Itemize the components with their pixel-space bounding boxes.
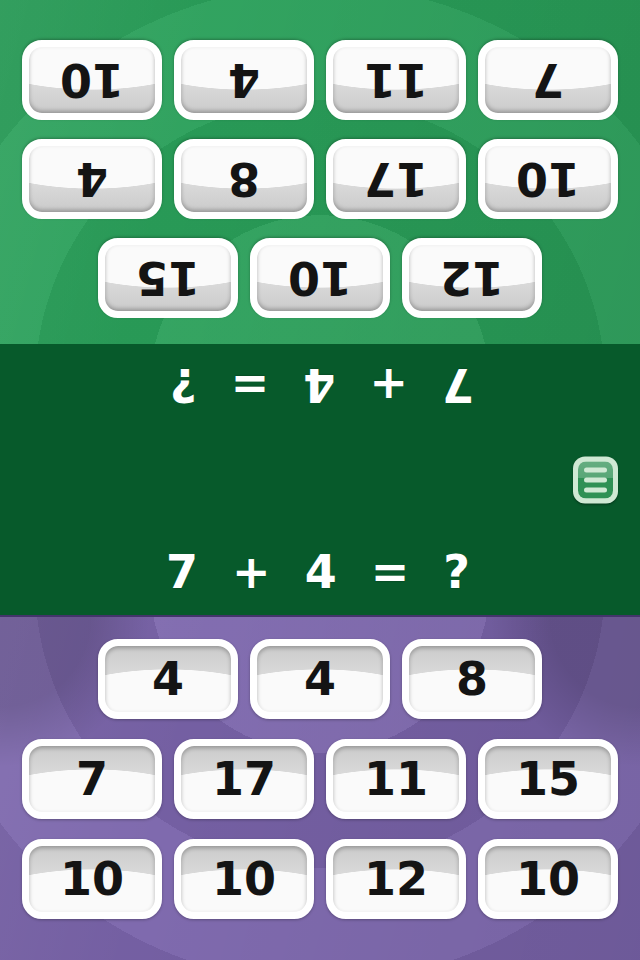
answer-button[interactable]: 12 [402, 238, 542, 318]
answer-button[interactable]: 4 [174, 40, 314, 120]
answer-button[interactable]: 8 [402, 639, 542, 719]
bottom-player-answers: 448717111510101210 [0, 617, 640, 960]
answer-button[interactable]: 10 [174, 839, 314, 919]
answer-button[interactable]: 10 [478, 839, 618, 919]
answer-row: 7171115 [22, 739, 618, 819]
answer-button[interactable]: 4 [98, 639, 238, 719]
answer-button[interactable]: 11 [326, 40, 466, 120]
answer-button[interactable]: 17 [326, 139, 466, 219]
answer-button[interactable]: 10 [250, 238, 390, 318]
menu-button[interactable] [573, 456, 618, 503]
hamburger-menu-icon [578, 461, 613, 498]
app-screen: 121015101784711410 7 + 4 = ? 7 + 4 = ? 4… [0, 0, 640, 960]
answer-button[interactable]: 15 [478, 739, 618, 819]
answer-button[interactable]: 7 [22, 739, 162, 819]
answer-button[interactable]: 15 [98, 238, 238, 318]
answer-button[interactable]: 10 [22, 40, 162, 120]
bottom-player-panel: 448717111510101210 [0, 615, 640, 960]
answer-button[interactable]: 10 [22, 839, 162, 919]
answer-row: 448 [98, 639, 542, 719]
answer-button[interactable]: 7 [478, 40, 618, 120]
bottom-player-question: 7 + 4 = ? [0, 541, 640, 603]
top-player-panel: 121015101784711410 [0, 0, 640, 344]
answer-row: 121015 [98, 238, 542, 318]
question-band: 7 + 4 = ? 7 + 4 = ? [0, 344, 640, 615]
answer-button[interactable]: 10 [478, 139, 618, 219]
top-player-question: 7 + 4 = ? [0, 354, 640, 416]
top-player-answers: 121015101784711410 [0, 0, 640, 344]
answer-row: 711410 [22, 40, 618, 120]
answer-button[interactable]: 12 [326, 839, 466, 919]
answer-button[interactable]: 4 [22, 139, 162, 219]
answer-button[interactable]: 11 [326, 739, 466, 819]
answer-button[interactable]: 8 [174, 139, 314, 219]
answer-button[interactable]: 4 [250, 639, 390, 719]
answer-row: 101784 [22, 139, 618, 219]
answer-button[interactable]: 17 [174, 739, 314, 819]
answer-row: 10101210 [22, 839, 618, 919]
